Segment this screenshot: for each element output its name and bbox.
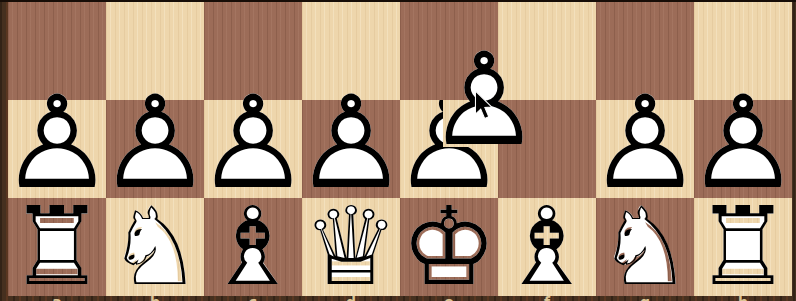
square-f1[interactable]: ♝︎♗︎ — [498, 198, 596, 296]
rook-glyph-outline: ♖︎ — [694, 198, 792, 296]
chess-board: ♟︎♙︎♟︎♙︎♟︎♙︎♟︎♙︎♟︎♙︎♟︎♙︎♟︎♙︎♜︎♖︎♞︎♘︎♝︎♗︎… — [8, 2, 792, 296]
piece-white-queen[interactable]: ♛︎♕︎ — [302, 198, 400, 296]
square-e3[interactable] — [400, 2, 498, 100]
square-b1[interactable]: ♞︎♘︎ — [106, 198, 204, 296]
square-g1[interactable]: ♞︎♘︎ — [596, 198, 694, 296]
knight-glyph-outline: ♘︎ — [106, 198, 204, 296]
file-label-g: g — [596, 295, 694, 301]
bishop-glyph-outline: ♗︎ — [204, 198, 302, 296]
knight-glyph-outline: ♘︎ — [596, 198, 694, 296]
board-frame: ♟︎♙︎♟︎♙︎♟︎♙︎♟︎♙︎♟︎♙︎♟︎♙︎♟︎♙︎♜︎♖︎♞︎♘︎♝︎♗︎… — [0, 0, 796, 301]
pawn-glyph-outline: ♙︎ — [204, 94, 302, 192]
piece-white-king[interactable]: ♚︎♔︎ — [400, 198, 498, 296]
pawn-glyph-outline: ♙︎ — [8, 94, 106, 192]
pawn-glyph-outline: ♙︎ — [694, 94, 792, 192]
king-glyph-outline: ♔︎ — [400, 198, 498, 296]
queen-glyph-outline: ♕︎ — [302, 198, 400, 296]
piece-white-rook[interactable]: ♜︎♖︎ — [694, 198, 792, 296]
file-label-c: c — [204, 295, 302, 301]
pawn-glyph-outline: ♙︎ — [106, 94, 204, 192]
bishop-glyph-outline: ♗︎ — [498, 198, 596, 296]
file-label-e: e — [400, 295, 498, 301]
file-label-h: h — [694, 295, 792, 301]
board-top-edge — [0, 0, 796, 2]
piece-white-knight[interactable]: ♞︎♘︎ — [106, 198, 204, 296]
file-label-d: d — [302, 295, 400, 301]
square-e1[interactable]: ♚︎♔︎ — [400, 198, 498, 296]
piece-white-rook[interactable]: ♜︎♖︎ — [8, 198, 106, 296]
square-h1[interactable]: ♜︎♖︎ — [694, 198, 792, 296]
file-label-b: b — [106, 295, 204, 301]
pawn-glyph-outline: ♙︎ — [400, 94, 498, 192]
piece-white-bishop[interactable]: ♝︎♗︎ — [204, 198, 302, 296]
square-c1[interactable]: ♝︎♗︎ — [204, 198, 302, 296]
file-label-f: f — [498, 295, 596, 301]
square-a1[interactable]: ♜︎♖︎ — [8, 198, 106, 296]
square-f3[interactable] — [498, 2, 596, 100]
pawn-glyph-outline: ♙︎ — [302, 94, 400, 192]
piece-white-knight[interactable]: ♞︎♘︎ — [596, 198, 694, 296]
file-label-a: a — [8, 295, 106, 301]
square-d1[interactable]: ♛︎♕︎ — [302, 198, 400, 296]
pawn-glyph-outline: ♙︎ — [596, 94, 694, 192]
piece-white-bishop[interactable]: ♝︎♗︎ — [498, 198, 596, 296]
rook-glyph-outline: ♖︎ — [8, 198, 106, 296]
